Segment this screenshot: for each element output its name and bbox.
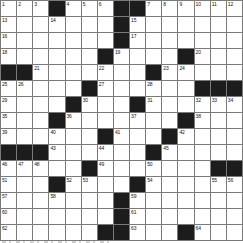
cell-r3c10[interactable] (146, 33, 161, 48)
cell-r9c4[interactable]: 40 (49, 129, 64, 144)
cell-r4c13[interactable]: 20 (195, 49, 210, 64)
cell-r14c10[interactable] (146, 209, 161, 224)
cell-r13c3[interactable] (33, 193, 48, 208)
cell-r7c12[interactable] (178, 97, 193, 112)
cell-r8c5[interactable]: 36 (66, 113, 81, 128)
cell-r2c3[interactable] (33, 17, 48, 32)
cell-r9c13[interactable] (195, 129, 210, 144)
black-cell-r1c8 (114, 1, 129, 16)
cell-r2c5[interactable] (66, 17, 81, 32)
cell-r6c4[interactable] (49, 81, 64, 96)
cell-r14c1[interactable]: 60 (1, 209, 16, 224)
clue-number-50: 50 (147, 161, 152, 167)
clue-number-13: 13 (2, 17, 7, 23)
cell-r9c3[interactable] (33, 129, 48, 144)
black-cell-r1c4 (49, 1, 64, 16)
cell-r1c1[interactable]: 1 (1, 1, 16, 16)
clue-number-3: 3 (34, 1, 37, 7)
cell-r2c6[interactable] (82, 17, 97, 32)
clue-number-49: 49 (99, 161, 104, 167)
cell-r4c4[interactable] (49, 49, 64, 64)
cell-r5c4[interactable] (49, 65, 64, 80)
cell-r7c8[interactable] (114, 97, 129, 112)
cell-r8c15[interactable] (227, 113, 242, 128)
cell-r11c8[interactable] (114, 161, 129, 176)
cell-r7c6[interactable]: 30 (82, 97, 97, 112)
cell-r7c1[interactable]: 29 (1, 97, 16, 112)
black-cell-r15c12 (178, 225, 193, 240)
clue-number-15: 15 (131, 17, 136, 23)
clue-number-56: 56 (228, 177, 233, 183)
cell-r8c9[interactable]: 37 (130, 113, 145, 128)
cell-r9c10[interactable] (146, 129, 161, 144)
cell-r12c10[interactable]: 54 (146, 177, 161, 192)
clue-number-62: 62 (2, 225, 7, 231)
cell-r14c9[interactable]: 61 (130, 209, 145, 224)
clue-number-57: 57 (2, 193, 7, 199)
cell-r5c7[interactable]: 22 (98, 65, 113, 80)
cell-r7c10[interactable]: 31 (146, 97, 161, 112)
cell-r1c10[interactable]: 7 (146, 1, 161, 16)
cell-r2c11[interactable] (162, 17, 177, 32)
cell-r3c4[interactable] (49, 33, 64, 48)
black-cell-r7c5 (66, 97, 81, 112)
cell-r6c7[interactable]: 27 (98, 81, 113, 96)
clue-number-8: 8 (163, 1, 166, 7)
clue-number-25: 25 (2, 81, 7, 87)
clue-number-14: 14 (50, 17, 55, 23)
cell-r10c5[interactable] (66, 145, 81, 160)
cell-r14c11[interactable] (162, 209, 177, 224)
crossword-page: 1234567891011121314151617181920212223242… (0, 0, 243, 243)
cell-r5c15[interactable] (227, 65, 242, 80)
black-cell-r15c8 (114, 225, 129, 240)
cell-r6c1[interactable]: 25 (1, 81, 16, 96)
clue-number-64: 64 (196, 225, 201, 231)
cell-r6c8[interactable] (114, 81, 129, 96)
cell-r3c14[interactable] (211, 33, 226, 48)
clue-number-52: 52 (67, 177, 72, 183)
cell-r9c6[interactable] (82, 129, 97, 144)
cell-r1c2[interactable]: 2 (17, 1, 32, 16)
clue-number-30: 30 (83, 97, 88, 103)
cell-r2c2[interactable] (17, 17, 32, 32)
cell-r12c1[interactable]: 51 (1, 177, 16, 192)
black-cell-r5c1 (1, 65, 16, 80)
clue-number-41: 41 (115, 129, 120, 135)
cell-r11c11[interactable] (162, 161, 177, 176)
cell-r9c8[interactable]: 41 (114, 129, 129, 144)
clue-number-54: 54 (147, 177, 152, 183)
clue-number-47: 47 (18, 161, 23, 167)
black-cell-r6c15 (227, 81, 242, 96)
clue-number-60: 60 (2, 209, 7, 215)
cell-r4c9[interactable] (130, 49, 145, 64)
cell-r1c12[interactable]: 9 (178, 1, 193, 16)
cell-r6c12[interactable] (178, 81, 193, 96)
black-cell-r5c2 (17, 65, 32, 80)
black-cell-r10c2 (17, 145, 32, 160)
cell-r1c13[interactable]: 10 (195, 1, 210, 16)
cell-r13c4[interactable]: 58 (49, 193, 64, 208)
cell-r8c2[interactable] (17, 113, 32, 128)
cell-r13c14[interactable] (211, 193, 226, 208)
clue-number-59: 59 (131, 193, 136, 199)
cell-r8c3[interactable] (33, 113, 48, 128)
cell-r7c3[interactable] (33, 97, 48, 112)
clue-number-61: 61 (131, 209, 136, 215)
clue-number-31: 31 (147, 97, 152, 103)
cell-r3c12[interactable] (178, 33, 193, 48)
black-cell-r12c9 (130, 177, 145, 192)
cell-r14c2[interactable] (17, 209, 32, 224)
cell-r9c12[interactable]: 42 (178, 129, 193, 144)
cell-r14c14[interactable] (211, 209, 226, 224)
cell-r9c1[interactable]: 39 (1, 129, 16, 144)
cell-r11c2[interactable]: 47 (17, 161, 32, 176)
cell-r7c2[interactable] (17, 97, 32, 112)
cell-r13c7[interactable] (98, 193, 113, 208)
black-cell-r8c12 (178, 113, 193, 128)
clue-number-55: 55 (212, 177, 217, 183)
cell-r15c3[interactable] (33, 225, 48, 240)
cell-r10c11[interactable]: 45 (162, 145, 177, 160)
clue-number-27: 27 (99, 81, 104, 87)
black-cell-r8c4 (49, 113, 64, 128)
black-cell-r5c10 (146, 65, 161, 80)
clue-number-46: 46 (2, 161, 7, 167)
cell-r2c12[interactable] (178, 17, 193, 32)
cell-r8c11[interactable] (162, 113, 177, 128)
clue-number-33: 33 (212, 97, 217, 103)
cell-r1c7[interactable]: 6 (98, 1, 113, 16)
cell-r3c11[interactable] (162, 33, 177, 48)
clue-number-23: 23 (163, 65, 168, 71)
cell-r4c2[interactable] (17, 49, 32, 64)
cell-r10c6[interactable] (82, 145, 97, 160)
cell-r2c7[interactable] (98, 17, 113, 32)
cell-r12c8[interactable] (114, 177, 129, 192)
cell-r10c12[interactable] (178, 145, 193, 160)
cell-r3c1[interactable]: 16 (1, 33, 16, 48)
cell-r9c14[interactable] (211, 129, 226, 144)
cell-r7c14[interactable]: 33 (211, 97, 226, 112)
cell-r3c5[interactable] (66, 33, 81, 48)
cell-r12c6[interactable]: 53 (82, 177, 97, 192)
cell-r14c15[interactable] (227, 209, 242, 224)
cell-r5c8[interactable] (114, 65, 129, 80)
cell-r14c7[interactable] (98, 209, 113, 224)
cell-r7c15[interactable]: 34 (227, 97, 242, 112)
black-cell-r1c9 (130, 1, 145, 16)
cell-r4c5[interactable] (66, 49, 81, 64)
clue-number-39: 39 (2, 129, 7, 135)
clue-number-38: 38 (196, 113, 201, 119)
cell-r9c2[interactable] (17, 129, 32, 144)
cell-r15c4[interactable] (49, 225, 64, 240)
cell-r10c7[interactable]: 44 (98, 145, 113, 160)
clue-number-10: 10 (196, 1, 201, 7)
cell-r12c11[interactable] (162, 177, 177, 192)
cell-r12c5[interactable]: 52 (66, 177, 81, 192)
clue-number-53: 53 (83, 177, 88, 183)
clue-number-29: 29 (2, 97, 7, 103)
cell-r8c8[interactable] (114, 113, 129, 128)
cell-r13c11[interactable] (162, 193, 177, 208)
cell-r4c11[interactable] (162, 49, 177, 64)
cell-r3c15[interactable] (227, 33, 242, 48)
cell-r4c3[interactable] (33, 49, 48, 64)
cell-r4c10[interactable] (146, 49, 161, 64)
cell-r13c12[interactable] (178, 193, 193, 208)
clue-number-34: 34 (228, 97, 233, 103)
cell-r14c6[interactable] (82, 209, 97, 224)
cell-r12c14[interactable]: 55 (211, 177, 226, 192)
cell-r3c6[interactable] (82, 33, 97, 48)
cell-r5c11[interactable]: 23 (162, 65, 177, 80)
cell-r2c9[interactable]: 15 (130, 17, 145, 32)
clue-number-4: 4 (67, 1, 70, 7)
black-cell-r13c8 (114, 193, 129, 208)
cell-r7c13[interactable]: 32 (195, 97, 210, 112)
clue-number-26: 26 (18, 81, 23, 87)
cell-r7c7[interactable] (98, 97, 113, 112)
clue-number-24: 24 (179, 65, 184, 71)
cell-r4c8[interactable]: 19 (114, 49, 129, 64)
cell-r9c15[interactable] (227, 129, 242, 144)
cell-r2c14[interactable] (211, 17, 226, 32)
cell-r12c7[interactable] (98, 177, 113, 192)
cell-r3c13[interactable] (195, 33, 210, 48)
cell-r14c13[interactable] (195, 209, 210, 224)
clue-number-37: 37 (131, 113, 136, 119)
black-cell-r9c11 (162, 129, 177, 144)
clue-number-35: 35 (2, 113, 7, 119)
cell-r1c3[interactable]: 3 (33, 1, 48, 16)
cell-r4c6[interactable] (82, 49, 97, 64)
black-cell-r2c8 (114, 17, 129, 32)
cell-r15c6[interactable] (82, 225, 97, 240)
cell-r14c3[interactable] (33, 209, 48, 224)
clue-number-11: 11 (212, 1, 217, 7)
clue-number-58: 58 (50, 193, 55, 199)
cell-r6c10[interactable]: 28 (146, 81, 161, 96)
cell-r15c10[interactable] (146, 225, 161, 240)
cell-r12c15[interactable]: 56 (227, 177, 242, 192)
clue-number-63: 63 (131, 225, 136, 231)
cell-r10c14[interactable] (211, 145, 226, 160)
cell-r14c4[interactable] (49, 209, 64, 224)
clue-number-36: 36 (67, 113, 72, 119)
cell-r13c13[interactable] (195, 193, 210, 208)
cell-r13c2[interactable] (17, 193, 32, 208)
cell-r15c11[interactable] (162, 225, 177, 240)
clue-number-16: 16 (2, 33, 7, 39)
black-cell-r12c4 (49, 177, 64, 192)
black-cell-r14c8 (114, 209, 129, 224)
cell-r10c4[interactable]: 43 (49, 145, 64, 160)
cell-r15c1[interactable]: 62 (1, 225, 16, 240)
clue-number-20: 20 (196, 49, 201, 55)
clue-number-7: 7 (147, 1, 150, 7)
cell-r9c5[interactable] (66, 129, 81, 144)
cell-r1c6[interactable]: 5 (82, 1, 97, 16)
clue-number-44: 44 (99, 145, 104, 151)
crossword-grid: 1234567891011121314151617181920212223242… (0, 0, 243, 241)
cell-r3c2[interactable] (17, 33, 32, 48)
cell-r15c9[interactable]: 63 (130, 225, 145, 240)
cell-r7c11[interactable] (162, 97, 177, 112)
cell-r12c13[interactable] (195, 177, 210, 192)
black-cell-r11c6 (82, 161, 97, 176)
cell-r15c14[interactable] (211, 225, 226, 240)
clue-number-5: 5 (83, 1, 86, 7)
cell-r8c10[interactable] (146, 113, 161, 128)
black-cell-r15c7 (98, 225, 113, 240)
cell-r5c9[interactable] (130, 65, 145, 80)
cell-r6c5[interactable] (66, 81, 81, 96)
clue-number-2: 2 (18, 1, 21, 7)
cell-r2c13[interactable] (195, 17, 210, 32)
cell-r15c15[interactable] (227, 225, 242, 240)
cell-r10c9[interactable] (130, 145, 145, 160)
cell-r5c13[interactable] (195, 65, 210, 80)
black-cell-r10c3 (33, 145, 48, 160)
cell-r12c12[interactable] (178, 177, 193, 192)
cell-r3c7[interactable] (98, 33, 113, 48)
cell-r8c13[interactable]: 38 (195, 113, 210, 128)
cell-r13c15[interactable] (227, 193, 242, 208)
cell-r4c14[interactable] (211, 49, 226, 64)
clue-number-21: 21 (34, 65, 39, 71)
cell-r8c7[interactable] (98, 113, 113, 128)
black-cell-r10c1 (1, 145, 16, 160)
cell-r2c1[interactable]: 13 (1, 17, 16, 32)
clue-number-48: 48 (34, 161, 39, 167)
cell-r12c3[interactable] (33, 177, 48, 192)
cell-r6c11[interactable] (162, 81, 177, 96)
black-cell-r7c9 (130, 97, 145, 112)
cell-r1c14[interactable]: 11 (211, 1, 226, 16)
cell-r13c5[interactable] (66, 193, 81, 208)
cell-r11c5[interactable] (66, 161, 81, 176)
cell-r11c3[interactable]: 48 (33, 161, 48, 176)
cell-r12c2[interactable] (17, 177, 32, 192)
black-cell-r10c10 (146, 145, 161, 160)
clue-number-32: 32 (196, 97, 201, 103)
cell-r5c6[interactable] (82, 65, 97, 80)
clue-number-22: 22 (99, 65, 104, 71)
black-cell-r6c14 (211, 81, 226, 96)
cell-r13c6[interactable] (82, 193, 97, 208)
cell-r8c14[interactable] (211, 113, 226, 128)
cell-r14c12[interactable] (178, 209, 193, 224)
cell-r3c3[interactable] (33, 33, 48, 48)
cell-r11c12[interactable] (178, 161, 193, 176)
cell-r2c10[interactable] (146, 17, 161, 32)
cell-r15c13[interactable]: 64 (195, 225, 210, 240)
clue-number-28: 28 (147, 81, 152, 87)
cell-r3c9[interactable]: 17 (130, 33, 145, 48)
cell-r11c1[interactable]: 46 (1, 161, 16, 176)
cell-r11c7[interactable]: 49 (98, 161, 113, 176)
clue-number-1: 1 (2, 1, 5, 7)
clue-number-18: 18 (2, 49, 7, 55)
cell-r8c6[interactable] (82, 113, 97, 128)
cell-r5c5[interactable] (66, 65, 81, 80)
cell-r13c1[interactable]: 57 (1, 193, 16, 208)
cell-r9c9[interactable] (130, 129, 145, 144)
black-cell-r11c15 (227, 161, 242, 176)
cell-r4c1[interactable]: 18 (1, 49, 16, 64)
cell-r2c15[interactable] (227, 17, 242, 32)
cell-r6c3[interactable] (33, 81, 48, 96)
cell-r10c15[interactable] (227, 145, 242, 160)
clue-number-6: 6 (99, 1, 102, 7)
cell-r2c4[interactable]: 14 (49, 17, 64, 32)
black-cell-r6c6 (82, 81, 97, 96)
cell-r11c4[interactable] (49, 161, 64, 176)
cell-r8c1[interactable]: 35 (1, 113, 16, 128)
cell-r6c9[interactable] (130, 81, 145, 96)
clue-number-12: 12 (228, 1, 233, 7)
cell-r15c2[interactable] (17, 225, 32, 240)
clue-number-51: 51 (2, 177, 7, 183)
clue-number-17: 17 (131, 33, 136, 39)
cell-r1c5[interactable]: 4 (66, 1, 81, 16)
clue-number-45: 45 (163, 145, 168, 151)
clue-number-9: 9 (179, 1, 182, 7)
cell-r5c3[interactable]: 21 (33, 65, 48, 80)
cell-r4c15[interactable] (227, 49, 242, 64)
black-cell-r4c7 (98, 49, 113, 64)
cell-r11c9[interactable] (130, 161, 145, 176)
cell-r10c8[interactable] (114, 145, 129, 160)
cell-r6c2[interactable]: 26 (17, 81, 32, 96)
black-cell-r9c7 (98, 129, 113, 144)
clue-number-43: 43 (50, 145, 55, 151)
cell-r14c5[interactable] (66, 209, 81, 224)
cell-r5c14[interactable] (211, 65, 226, 80)
clue-number-40: 40 (50, 129, 55, 135)
black-cell-r3c8 (114, 33, 129, 48)
black-cell-r6c13 (195, 81, 210, 96)
cell-r1c11[interactable]: 8 (162, 1, 177, 16)
cell-r13c10[interactable] (146, 193, 161, 208)
cell-r11c13[interactable] (195, 161, 210, 176)
black-cell-r11c14 (211, 161, 226, 176)
clue-number-19: 19 (115, 49, 120, 55)
cell-r7c4[interactable] (49, 97, 64, 112)
cell-r15c5[interactable] (66, 225, 81, 240)
cell-r5c12[interactable]: 24 (178, 65, 193, 80)
clue-number-42: 42 (179, 129, 184, 135)
cell-r10c13[interactable] (195, 145, 210, 160)
cell-r1c15[interactable]: 12 (227, 1, 242, 16)
cell-r13c9[interactable]: 59 (130, 193, 145, 208)
cell-r11c10[interactable]: 50 (146, 161, 161, 176)
black-cell-r4c12 (178, 49, 193, 64)
